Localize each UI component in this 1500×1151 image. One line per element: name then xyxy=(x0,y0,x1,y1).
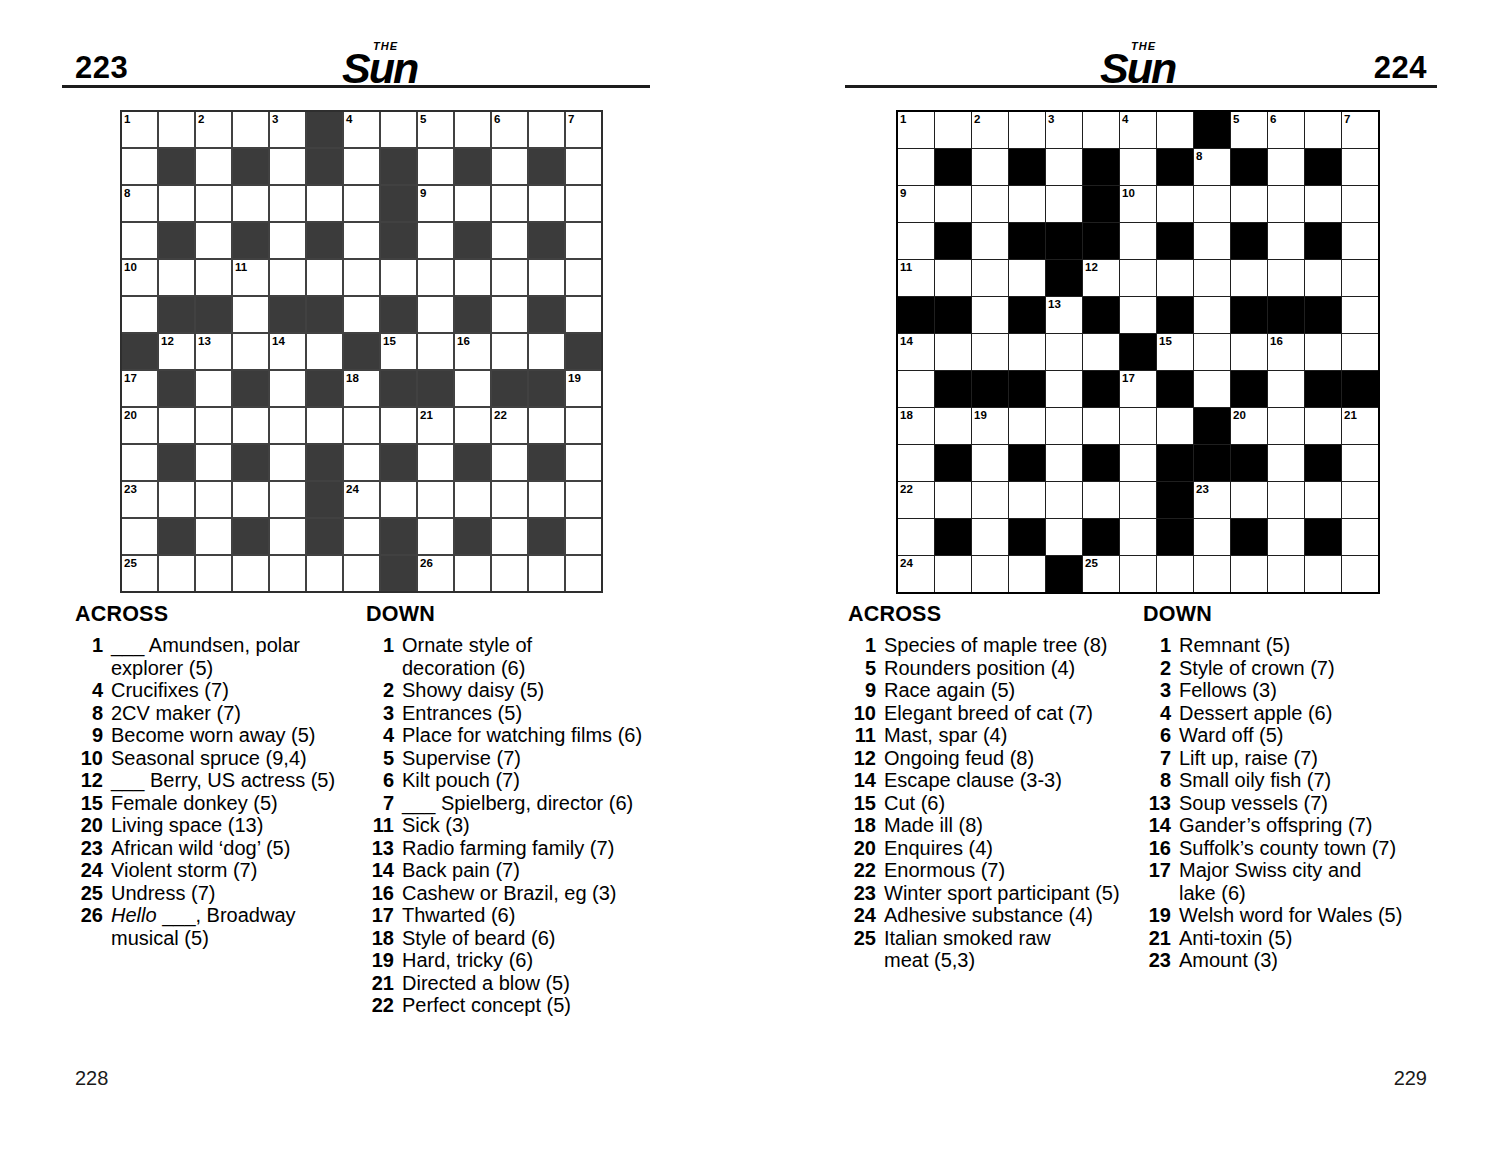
cell-224-r7c11[interactable]: 16 xyxy=(1268,334,1304,370)
cell-223-r11c9[interactable] xyxy=(418,482,453,517)
cell-223-r2c13[interactable] xyxy=(566,149,601,184)
cell-223-r9c6[interactable] xyxy=(307,408,342,443)
cell-223-r2c10 xyxy=(455,149,490,184)
crossword-grid-224[interactable]: 1234567891011121314151617181920212223242… xyxy=(896,110,1380,594)
cell-223-r7c13 xyxy=(566,334,601,369)
cell-223-r13c1[interactable]: 25 xyxy=(122,556,157,591)
cell-224-r7c5[interactable] xyxy=(1046,334,1082,370)
cell-224-r4c11[interactable] xyxy=(1268,223,1304,259)
cell-224-r9c3[interactable]: 19 xyxy=(972,408,1008,444)
cell-224-r4c1[interactable] xyxy=(898,223,934,259)
cell-223-r7c12[interactable] xyxy=(529,334,564,369)
cell-224-r12c5[interactable] xyxy=(1046,519,1082,555)
cell-224-r11c3[interactable] xyxy=(972,482,1008,518)
cell-223-r2c5[interactable] xyxy=(270,149,305,184)
cell-223-r12c1[interactable] xyxy=(122,519,157,554)
cell-223-r5c9[interactable] xyxy=(418,260,453,295)
cell-223-r3c2[interactable] xyxy=(159,186,194,221)
cell-224-r11c6[interactable] xyxy=(1083,482,1119,518)
cell-224-r6c4 xyxy=(1009,297,1045,333)
cell-223-r13c2[interactable] xyxy=(159,556,194,591)
cell-224-r11c11[interactable] xyxy=(1268,482,1304,518)
cell-223-r12c13[interactable] xyxy=(566,519,601,554)
cell-223-r3c6[interactable] xyxy=(307,186,342,221)
cell-223-r10c5[interactable] xyxy=(270,445,305,480)
clue-number: 17 xyxy=(1122,372,1135,384)
cell-223-r3c11[interactable] xyxy=(492,186,527,221)
clue-num: 15 xyxy=(848,792,876,815)
clue-text: Undress (7) xyxy=(111,882,215,905)
cell-224-r9c4[interactable] xyxy=(1009,408,1045,444)
cell-224-r1c7[interactable]: 4 xyxy=(1120,112,1156,148)
cell-223-r6c1[interactable] xyxy=(122,297,157,332)
cell-223-r7c9[interactable] xyxy=(418,334,453,369)
cell-224-r1c10[interactable]: 5 xyxy=(1231,112,1267,148)
cell-223-r2c7[interactable] xyxy=(344,149,379,184)
cell-224-r1c11[interactable]: 6 xyxy=(1268,112,1304,148)
cell-224-r5c4[interactable] xyxy=(1009,260,1045,296)
cell-224-r5c9[interactable] xyxy=(1194,260,1230,296)
clues-224-across: ACROSS 1Species of maple tree (8)5Rounde… xyxy=(848,602,1178,972)
cell-223-r2c11[interactable] xyxy=(492,149,527,184)
cell-224-r7c2[interactable] xyxy=(935,334,971,370)
cell-224-r12c9[interactable] xyxy=(1194,519,1230,555)
cell-224-r5c3[interactable] xyxy=(972,260,1008,296)
cell-224-r1c13[interactable]: 7 xyxy=(1342,112,1378,148)
cell-224-r13c9[interactable] xyxy=(1194,556,1230,592)
cell-224-r1c8[interactable] xyxy=(1157,112,1193,148)
cell-224-r5c6[interactable]: 12 xyxy=(1083,260,1119,296)
cell-223-r5c11[interactable] xyxy=(492,260,527,295)
cell-224-r2c13[interactable] xyxy=(1342,149,1378,185)
cell-224-r10c11[interactable] xyxy=(1268,445,1304,481)
cell-224-r11c4[interactable] xyxy=(1009,482,1045,518)
cell-223-r8c3[interactable] xyxy=(196,371,231,406)
cell-223-r11c11[interactable] xyxy=(492,482,527,517)
cell-223-r5c1[interactable]: 10 xyxy=(122,260,157,295)
clue-number: 20 xyxy=(124,409,137,421)
cell-224-r5c11[interactable] xyxy=(1268,260,1304,296)
cell-224-r13c2[interactable] xyxy=(935,556,971,592)
cell-223-r3c3[interactable] xyxy=(196,186,231,221)
cell-223-r7c5[interactable]: 14 xyxy=(270,334,305,369)
cell-224-r11c1[interactable]: 22 xyxy=(898,482,934,518)
clue-number: 11 xyxy=(900,261,912,273)
cell-224-r13c10[interactable] xyxy=(1231,556,1267,592)
cell-223-r3c4[interactable] xyxy=(233,186,268,221)
cell-224-r11c9[interactable]: 23 xyxy=(1194,482,1230,518)
cell-223-r12c11[interactable] xyxy=(492,519,527,554)
cell-223-r1c5[interactable]: 3 xyxy=(270,112,305,147)
cell-224-r10c5[interactable] xyxy=(1046,445,1082,481)
cell-223-r11c2[interactable] xyxy=(159,482,194,517)
cell-223-r3c1[interactable]: 8 xyxy=(122,186,157,221)
cell-224-r13c12[interactable] xyxy=(1305,556,1341,592)
cell-223-r9c4[interactable] xyxy=(233,408,268,443)
cell-224-r13c13[interactable] xyxy=(1342,556,1378,592)
cell-223-r7c3[interactable]: 13 xyxy=(196,334,231,369)
cell-223-r13c10[interactable] xyxy=(455,556,490,591)
cell-223-r6c13[interactable] xyxy=(566,297,601,332)
clue-num: 23 xyxy=(1143,949,1171,972)
cell-223-r9c8[interactable] xyxy=(381,408,416,443)
cell-223-r10c3[interactable] xyxy=(196,445,231,480)
cell-223-r6c11[interactable] xyxy=(492,297,527,332)
cell-224-r10c8 xyxy=(1157,445,1193,481)
cell-223-r10c13[interactable] xyxy=(566,445,601,480)
cell-223-r2c3[interactable] xyxy=(196,149,231,184)
cell-224-r9c2[interactable] xyxy=(935,408,971,444)
cell-224-r3c9[interactable] xyxy=(1194,186,1230,222)
cell-224-r11c13[interactable] xyxy=(1342,482,1378,518)
cell-224-r10c3[interactable] xyxy=(972,445,1008,481)
clue-text: Hello ___, Broadway musical (5) xyxy=(111,904,296,949)
cell-224-r12c3[interactable] xyxy=(972,519,1008,555)
cell-224-r3c10[interactable] xyxy=(1231,186,1267,222)
cell-224-r3c2[interactable] xyxy=(935,186,971,222)
cell-224-r7c1[interactable]: 14 xyxy=(898,334,934,370)
cell-223-r1c6 xyxy=(307,112,342,147)
cell-223-r13c11[interactable] xyxy=(492,556,527,591)
cell-224-r4c7[interactable] xyxy=(1120,223,1156,259)
cell-224-r6c13[interactable] xyxy=(1342,297,1378,333)
cell-223-r9c2[interactable] xyxy=(159,408,194,443)
cell-224-r11c7[interactable] xyxy=(1120,482,1156,518)
cell-224-r13c8[interactable] xyxy=(1157,556,1193,592)
clue-text: Welsh word for Wales (5) xyxy=(1179,904,1402,927)
cell-223-r4c2 xyxy=(159,223,194,258)
cell-224-r10c4 xyxy=(1009,445,1045,481)
cell-223-r2c1[interactable] xyxy=(122,149,157,184)
p224-down-clue-7: 7Lift up, raise (7) xyxy=(1143,747,1473,770)
cell-223-r11c5[interactable] xyxy=(270,482,305,517)
clue-text: ___ Amundsen, polar explorer (5) xyxy=(111,634,300,679)
cell-223-r12c9[interactable] xyxy=(418,519,453,554)
cell-223-r3c7[interactable] xyxy=(344,186,379,221)
cell-224-r5c10[interactable] xyxy=(1231,260,1267,296)
cell-224-r11c10[interactable] xyxy=(1231,482,1267,518)
cell-224-r4c3[interactable] xyxy=(972,223,1008,259)
cell-223-r8c1[interactable]: 17 xyxy=(122,371,157,406)
cell-224-r3c3[interactable] xyxy=(972,186,1008,222)
cell-224-r3c13[interactable] xyxy=(1342,186,1378,222)
cell-223-r11c4[interactable] xyxy=(233,482,268,517)
cell-224-r9c1[interactable]: 18 xyxy=(898,408,934,444)
cell-223-r1c11[interactable]: 6 xyxy=(492,112,527,147)
cell-224-r6c2 xyxy=(935,297,971,333)
cell-223-r7c11[interactable] xyxy=(492,334,527,369)
cell-223-r10c7[interactable] xyxy=(344,445,379,480)
cell-224-r10c13[interactable] xyxy=(1342,445,1378,481)
cell-224-r1c6[interactable] xyxy=(1083,112,1119,148)
cell-223-r8c10[interactable] xyxy=(455,371,490,406)
cell-224-r1c5[interactable]: 3 xyxy=(1046,112,1082,148)
clue-num: 7 xyxy=(1143,747,1171,770)
cell-223-r13c6[interactable] xyxy=(307,556,342,591)
cell-223-r2c9[interactable] xyxy=(418,149,453,184)
cell-223-r7c2[interactable]: 12 xyxy=(159,334,194,369)
cell-223-r4c3[interactable] xyxy=(196,223,231,258)
clue-num: 8 xyxy=(75,702,103,725)
cell-223-r9c12[interactable] xyxy=(529,408,564,443)
cell-224-r2c11[interactable] xyxy=(1268,149,1304,185)
cell-223-r9c3[interactable] xyxy=(196,408,231,443)
cell-224-r10c7[interactable] xyxy=(1120,445,1156,481)
cell-223-r9c13[interactable] xyxy=(566,408,601,443)
cell-223-r9c9[interactable]: 21 xyxy=(418,408,453,443)
cell-224-r2c3[interactable] xyxy=(972,149,1008,185)
clue-number: 4 xyxy=(346,113,352,125)
cell-223-r6c4[interactable] xyxy=(233,297,268,332)
cell-223-r4c11[interactable] xyxy=(492,223,527,258)
cell-223-r12c3[interactable] xyxy=(196,519,231,554)
cell-223-r12c7[interactable] xyxy=(344,519,379,554)
cell-224-r8c9[interactable] xyxy=(1194,371,1230,407)
cell-224-r5c7[interactable] xyxy=(1120,260,1156,296)
cell-224-r9c11[interactable] xyxy=(1268,408,1304,444)
cell-224-r2c7[interactable] xyxy=(1120,149,1156,185)
cell-223-r11c3[interactable] xyxy=(196,482,231,517)
p224-down-clue-8: 8Small oily fish (7) xyxy=(1143,769,1473,792)
cell-224-r1c1[interactable]: 1 xyxy=(898,112,934,148)
cell-224-r13c7[interactable] xyxy=(1120,556,1156,592)
cell-224-r7c13[interactable] xyxy=(1342,334,1378,370)
cell-223-r7c10[interactable]: 16 xyxy=(455,334,490,369)
cell-223-r13c9[interactable]: 26 xyxy=(418,556,453,591)
cell-224-r6c3[interactable] xyxy=(972,297,1008,333)
cell-223-r8c7[interactable]: 18 xyxy=(344,371,379,406)
cell-224-r3c11[interactable] xyxy=(1268,186,1304,222)
cell-223-r4c5[interactable] xyxy=(270,223,305,258)
cell-223-r3c5[interactable] xyxy=(270,186,305,221)
cell-223-r1c13[interactable]: 7 xyxy=(566,112,601,147)
cell-223-r5c5[interactable] xyxy=(270,260,305,295)
cell-224-r6c7[interactable] xyxy=(1120,297,1156,333)
cell-224-r1c12[interactable] xyxy=(1305,112,1341,148)
cell-223-r1c10[interactable] xyxy=(455,112,490,147)
cell-223-r8c13[interactable]: 19 xyxy=(566,371,601,406)
cell-224-r12c6 xyxy=(1083,519,1119,555)
cell-223-r8c5[interactable] xyxy=(270,371,305,406)
cell-224-r12c7[interactable] xyxy=(1120,519,1156,555)
cell-223-r1c9[interactable]: 5 xyxy=(418,112,453,147)
cell-223-r7c6[interactable] xyxy=(307,334,342,369)
cell-224-r11c5[interactable] xyxy=(1046,482,1082,518)
cell-223-r7c7 xyxy=(344,334,379,369)
cell-224-r3c7[interactable]: 10 xyxy=(1120,186,1156,222)
p224-down-clue-23: 23Amount (3) xyxy=(1143,949,1473,972)
cell-224-r3c4[interactable] xyxy=(1009,186,1045,222)
cell-224-r3c1[interactable]: 9 xyxy=(898,186,934,222)
cell-224-r3c8[interactable] xyxy=(1157,186,1193,222)
cell-223-r1c1[interactable]: 1 xyxy=(122,112,157,147)
clue-number: 5 xyxy=(420,113,426,125)
clue-num: 14 xyxy=(1143,814,1171,837)
clue-number: 14 xyxy=(272,335,285,347)
cell-224-r13c3[interactable] xyxy=(972,556,1008,592)
cell-224-r2c5[interactable] xyxy=(1046,149,1082,185)
cell-223-r11c13[interactable] xyxy=(566,482,601,517)
cell-223-r13c13[interactable] xyxy=(566,556,601,591)
cell-223-r5c7[interactable] xyxy=(344,260,379,295)
cell-224-r9c10[interactable]: 20 xyxy=(1231,408,1267,444)
cell-223-r13c3[interactable] xyxy=(196,556,231,591)
cell-223-r4c7[interactable] xyxy=(344,223,379,258)
cell-223-r1c2[interactable] xyxy=(159,112,194,147)
cell-224-r3c12[interactable] xyxy=(1305,186,1341,222)
cell-224-r10c1[interactable] xyxy=(898,445,934,481)
cell-224-r7c8[interactable]: 15 xyxy=(1157,334,1193,370)
cell-223-r3c12[interactable] xyxy=(529,186,564,221)
cell-224-r9c8[interactable] xyxy=(1157,408,1193,444)
cell-223-r5c12[interactable] xyxy=(529,260,564,295)
cell-223-r8c2 xyxy=(159,371,194,406)
clue-text: Entrances (5) xyxy=(402,702,522,725)
clue-number: 15 xyxy=(1159,335,1172,347)
cell-223-r3c9[interactable]: 9 xyxy=(418,186,453,221)
cell-223-r4c13[interactable] xyxy=(566,223,601,258)
cell-224-r7c12[interactable] xyxy=(1305,334,1341,370)
cell-224-r5c2[interactable] xyxy=(935,260,971,296)
cell-224-r5c8[interactable] xyxy=(1157,260,1193,296)
p223-across-clue-9: 9Become worn away (5) xyxy=(75,724,405,747)
cell-223-r11c7[interactable]: 24 xyxy=(344,482,379,517)
clue-num: 9 xyxy=(75,724,103,747)
cell-223-r11c8[interactable] xyxy=(381,482,416,517)
cell-223-r8c12 xyxy=(529,371,564,406)
cell-224-r8c7[interactable]: 17 xyxy=(1120,371,1156,407)
clue-num: 4 xyxy=(1143,702,1171,725)
cell-223-r5c6[interactable] xyxy=(307,260,342,295)
cell-224-r5c12[interactable] xyxy=(1305,260,1341,296)
cell-224-r1c3[interactable]: 2 xyxy=(972,112,1008,148)
cell-224-r5c1[interactable]: 11 xyxy=(898,260,934,296)
cell-224-r13c6[interactable]: 25 xyxy=(1083,556,1119,592)
cell-223-r6c9[interactable] xyxy=(418,297,453,332)
clue-num: 18 xyxy=(848,814,876,837)
cell-224-r7c10[interactable] xyxy=(1231,334,1267,370)
cell-224-r5c13[interactable] xyxy=(1342,260,1378,296)
cell-224-r7c4[interactable] xyxy=(1009,334,1045,370)
masthead-the-label: THE xyxy=(1131,40,1156,52)
cell-223-r1c8[interactable] xyxy=(381,112,416,147)
cell-224-r3c5[interactable] xyxy=(1046,186,1082,222)
p223-down-clue-2: 2Showy daisy (5) xyxy=(366,679,696,702)
cell-223-r13c7[interactable] xyxy=(344,556,379,591)
cell-223-r5c3[interactable] xyxy=(196,260,231,295)
cell-224-r8c1[interactable] xyxy=(898,371,934,407)
cell-223-r9c7[interactable] xyxy=(344,408,379,443)
cell-223-r9c10[interactable] xyxy=(455,408,490,443)
cell-223-r2c6 xyxy=(307,149,342,184)
cell-223-r10c1[interactable] xyxy=(122,445,157,480)
cell-224-r9c6[interactable] xyxy=(1083,408,1119,444)
cell-224-r2c9[interactable]: 8 xyxy=(1194,149,1230,185)
cell-223-r4c9[interactable] xyxy=(418,223,453,258)
cell-224-r7c9[interactable] xyxy=(1194,334,1230,370)
cell-224-r7c6[interactable] xyxy=(1083,334,1119,370)
cell-223-r1c12[interactable] xyxy=(529,112,564,147)
cell-224-r7c3[interactable] xyxy=(972,334,1008,370)
cell-224-r12c1[interactable] xyxy=(898,519,934,555)
cell-224-r6c5[interactable]: 13 xyxy=(1046,297,1082,333)
cell-223-r5c2[interactable] xyxy=(159,260,194,295)
cell-223-r3c10[interactable] xyxy=(455,186,490,221)
clue-num: 24 xyxy=(75,859,103,882)
cell-224-r9c5[interactable] xyxy=(1046,408,1082,444)
p223-across-clue-23: 23African wild ‘dog’ (5) xyxy=(75,837,405,860)
cell-223-r7c8[interactable]: 15 xyxy=(381,334,416,369)
cell-223-r9c5[interactable] xyxy=(270,408,305,443)
cell-223-r10c12 xyxy=(529,445,564,480)
cell-224-r8c11[interactable] xyxy=(1268,371,1304,407)
cell-224-r8c5[interactable] xyxy=(1046,371,1082,407)
cell-223-r1c4[interactable] xyxy=(233,112,268,147)
cell-223-r5c10[interactable] xyxy=(455,260,490,295)
cell-224-r13c11[interactable] xyxy=(1268,556,1304,592)
cell-224-r12c13[interactable] xyxy=(1342,519,1378,555)
cell-223-r5c13[interactable] xyxy=(566,260,601,295)
cell-223-r3c13[interactable] xyxy=(566,186,601,221)
cell-224-r6c9[interactable] xyxy=(1194,297,1230,333)
cell-223-r5c8[interactable] xyxy=(381,260,416,295)
cell-224-r1c4[interactable] xyxy=(1009,112,1045,148)
clue-text: 2CV maker (7) xyxy=(111,702,241,725)
cell-223-r9c11[interactable]: 22 xyxy=(492,408,527,443)
crossword-grid-223[interactable]: 1234567891011121314151617181920212223242… xyxy=(120,110,603,593)
cell-224-r11c2[interactable] xyxy=(935,482,971,518)
cell-223-r10c11[interactable] xyxy=(492,445,527,480)
cell-223-r11c12[interactable] xyxy=(529,482,564,517)
cell-223-r7c4[interactable] xyxy=(233,334,268,369)
cell-224-r13c4[interactable] xyxy=(1009,556,1045,592)
cell-223-r6c7[interactable] xyxy=(344,297,379,332)
cell-223-r9c1[interactable]: 20 xyxy=(122,408,157,443)
cell-224-r9c12[interactable] xyxy=(1305,408,1341,444)
cell-224-r2c1[interactable] xyxy=(898,149,934,185)
cell-223-r11c1[interactable]: 23 xyxy=(122,482,157,517)
cell-224-r9c7[interactable] xyxy=(1120,408,1156,444)
cell-223-r10c4 xyxy=(233,445,268,480)
p223-down-clue-21: 21Directed a blow (5) xyxy=(366,972,696,995)
cell-223-r13c5[interactable] xyxy=(270,556,305,591)
book-page-number-228: 228 xyxy=(75,1068,108,1088)
cell-223-r10c9[interactable] xyxy=(418,445,453,480)
cell-224-r4c13[interactable] xyxy=(1342,223,1378,259)
cell-224-r3c6 xyxy=(1083,186,1119,222)
cell-224-r1c2[interactable] xyxy=(935,112,971,148)
cell-224-r13c1[interactable]: 24 xyxy=(898,556,934,592)
cell-223-r5c4[interactable]: 11 xyxy=(233,260,268,295)
across-heading: ACROSS xyxy=(75,602,405,626)
cell-224-r9c13[interactable]: 21 xyxy=(1342,408,1378,444)
clue-number: 26 xyxy=(420,557,433,569)
cell-224-r12c11[interactable] xyxy=(1268,519,1304,555)
cell-223-r4c1[interactable] xyxy=(122,223,157,258)
p223-down-clue-3: 3Entrances (5) xyxy=(366,702,696,725)
cell-223-r13c12[interactable] xyxy=(529,556,564,591)
cell-224-r4c9[interactable] xyxy=(1194,223,1230,259)
cell-223-r13c4[interactable] xyxy=(233,556,268,591)
cell-223-r1c7[interactable]: 4 xyxy=(344,112,379,147)
p223-down-clue-1: 1Ornate style of decoration (6) xyxy=(366,634,696,679)
clue-text: Rounders position (4) xyxy=(884,657,1075,680)
cell-223-r11c10[interactable] xyxy=(455,482,490,517)
cell-224-r11c12[interactable] xyxy=(1305,482,1341,518)
cell-224-r4c2 xyxy=(935,223,971,259)
cell-223-r1c3[interactable]: 2 xyxy=(196,112,231,147)
cell-223-r12c5[interactable] xyxy=(270,519,305,554)
